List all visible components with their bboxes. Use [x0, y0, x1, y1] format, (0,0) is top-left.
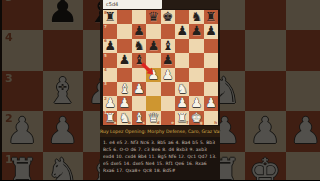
square-h1: h [286, 152, 320, 181]
piece-black-p: ♟ [205, 24, 216, 38]
square-d7[interactable] [146, 24, 160, 38]
piece-black-p: ♟ [148, 39, 159, 53]
top-bar: c5d4 [100, 0, 220, 9]
piece-black-r: ♜ [205, 10, 216, 24]
square-h8[interactable]: ♜ [204, 10, 218, 24]
coord-rank-label: 5 [5, 0, 13, 3]
coord-file-label: a [114, 121, 117, 125]
piece-white-n: ♞ [119, 111, 130, 125]
piece-white-r: ♜ [104, 111, 115, 125]
coord-rank-label: 1 [104, 111, 107, 115]
piece-black-r: ♜ [104, 10, 115, 24]
square-f4[interactable] [175, 68, 189, 82]
square-f5[interactable] [175, 53, 189, 67]
square-a8[interactable]: ♜8 [103, 10, 117, 24]
square-a3: 3 [2, 71, 43, 112]
piece-white-p: ♟ [162, 68, 173, 82]
square-c2[interactable] [132, 96, 146, 110]
square-g1: ♚g [245, 152, 286, 181]
square-g5 [245, 0, 286, 30]
square-a7[interactable]: 7 [103, 24, 117, 38]
square-d3[interactable] [146, 82, 160, 96]
coord-file-label: b [128, 121, 131, 125]
square-g2: ♟ [245, 111, 286, 152]
piece-black-p: ♟ [162, 53, 173, 67]
square-g3 [245, 71, 286, 112]
square-h5[interactable] [204, 53, 218, 67]
square-h7[interactable]: ♟ [204, 24, 218, 38]
chess-board[interactable]: ♜8♛♚♞♜7♟♟♟♟♟6♞♟♝5♟♝♟4♟♟3♝♟♞♟2♟♟♟♟♜1a♞b♝c… [103, 10, 218, 125]
square-d8[interactable]: ♛ [146, 10, 160, 24]
square-a1[interactable]: ♜1a [103, 111, 117, 125]
coord-rank-label: 1 [5, 154, 13, 165]
square-e3[interactable] [161, 82, 175, 96]
square-b2: ♟ [43, 111, 84, 152]
piece-white-p: ♟ [119, 96, 130, 110]
coord-rank-label: 4 [5, 32, 13, 43]
square-b2[interactable]: ♟ [117, 96, 131, 110]
piece-white-p: ♟ [176, 96, 187, 110]
square-b4[interactable] [117, 68, 131, 82]
square-f7[interactable]: ♟ [175, 24, 189, 38]
square-b3[interactable]: ♝ [117, 82, 131, 96]
piece-white-p: ♟ [6, 111, 38, 152]
square-b1[interactable]: ♞b [117, 111, 131, 125]
square-g7[interactable]: ♟ [189, 24, 203, 38]
piece-white-b: ♝ [133, 111, 144, 125]
square-e1[interactable]: e [161, 111, 175, 125]
square-g4[interactable] [189, 68, 203, 82]
move-input[interactable]: c5d4 [103, 0, 162, 9]
piece-white-p: ♟ [191, 96, 202, 110]
square-a4[interactable]: 4 [103, 68, 117, 82]
coord-file-label: g [275, 179, 283, 180]
square-e4[interactable]: ♟ [161, 68, 175, 82]
piece-white-p: ♟ [249, 111, 281, 152]
square-h2[interactable]: ♟ [204, 96, 218, 110]
coord-file-label: h [315, 179, 320, 180]
square-d6[interactable]: ♟ [146, 39, 160, 53]
square-b4 [43, 30, 84, 71]
square-e2[interactable] [161, 96, 175, 110]
square-c6[interactable]: ♞ [132, 39, 146, 53]
square-b3: ♝ [43, 71, 84, 112]
piece-black-p: ♟ [47, 0, 79, 30]
square-d2[interactable] [146, 96, 160, 110]
square-f2[interactable]: ♟ [175, 96, 189, 110]
piece-black-n: ♞ [133, 39, 144, 53]
coord-file-label: h [214, 121, 217, 125]
coord-file-label: f [187, 121, 189, 125]
square-c7[interactable]: ♟ [132, 24, 146, 38]
square-f6[interactable] [175, 39, 189, 53]
square-f8[interactable] [175, 10, 189, 24]
coord-file-label: f [237, 179, 242, 180]
piece-white-p: ♟ [205, 96, 216, 110]
square-e8[interactable]: ♚ [161, 10, 175, 24]
square-h4 [286, 30, 320, 71]
coord-rank-label: 4 [104, 68, 107, 72]
square-a2: ♟2 [2, 111, 43, 152]
square-d4[interactable]: ♟ [146, 68, 160, 82]
square-a4: 4 [2, 30, 43, 71]
piece-white-p: ♟ [290, 111, 320, 152]
square-b8[interactable] [117, 10, 131, 24]
square-b5: ♟ [43, 0, 84, 30]
piece-white-p: ♟ [47, 111, 79, 152]
square-h3 [286, 71, 320, 112]
square-e7[interactable] [161, 24, 175, 38]
piece-black-p: ♟ [104, 39, 115, 53]
square-g5[interactable] [189, 53, 203, 67]
square-g1[interactable]: ♚g [189, 111, 203, 125]
piece-white-n: ♞ [47, 152, 79, 181]
square-c4[interactable] [132, 68, 146, 82]
square-a3[interactable]: 3 [103, 82, 117, 96]
piece-black-p: ♟ [133, 24, 144, 38]
coord-rank-label: 6 [104, 39, 107, 43]
square-b1: ♞b [43, 152, 84, 181]
coord-rank-label: 8 [104, 11, 107, 15]
piece-white-q: ♛ [148, 111, 159, 125]
square-b7[interactable] [117, 24, 131, 38]
square-a6[interactable]: ♟6 [103, 39, 117, 53]
coord-rank-label: 2 [5, 113, 13, 124]
square-g2[interactable]: ♟ [189, 96, 203, 110]
coord-file-label: e [171, 121, 174, 125]
square-h2: ♟ [286, 111, 320, 152]
piece-black-k: ♚ [162, 10, 173, 24]
coord-file-label: g [200, 121, 203, 125]
square-g4 [245, 30, 286, 71]
opening-caption: Ruy Lopez Opening: Morphy Defense, Caro,… [100, 126, 220, 137]
piece-black-p: ♟ [119, 53, 130, 67]
piece-black-q: ♛ [148, 10, 159, 24]
square-f1[interactable]: ♜f [175, 111, 189, 125]
piece-white-k: ♚ [249, 152, 281, 181]
square-b6[interactable] [117, 39, 131, 53]
coord-rank-label: 2 [104, 97, 107, 101]
piece-white-k: ♚ [191, 111, 202, 125]
square-c5[interactable]: ♝ [132, 53, 146, 67]
coord-file-label: d [157, 121, 160, 125]
square-c1[interactable]: ♝c [132, 111, 146, 125]
piece-black-b: ♝ [162, 39, 173, 53]
coord-rank-label: 3 [104, 82, 107, 86]
square-h4[interactable] [204, 68, 218, 82]
square-d1[interactable]: ♛d [146, 111, 160, 125]
square-f3[interactable]: ♞ [175, 82, 189, 96]
coord-rank-label: 7 [104, 25, 107, 29]
coord-file-label: b [72, 179, 80, 180]
square-d5[interactable] [146, 53, 160, 67]
piece-white-b: ♝ [47, 71, 79, 112]
coord-rank-label: 5 [104, 54, 107, 58]
piece-white-p: ♟ [148, 68, 159, 82]
coord-rank-label: 3 [5, 73, 13, 84]
piece-white-n: ♞ [176, 82, 187, 96]
square-a1: ♜1a [2, 152, 43, 181]
move-list: 1. e4 e5 2. Nf3 Nc6 3. Bb5 a6 4. Ba4 b5 … [103, 139, 217, 179]
piece-white-p: ♟ [133, 82, 144, 96]
piece-white-r: ♜ [6, 152, 38, 181]
piece-black-b: ♝ [133, 53, 144, 67]
piece-black-p: ♟ [176, 24, 187, 38]
shorts-video-column: c5d4 ♜8♛♚♞♜7♟♟♟♟♟6♞♟♝5♟♝♟4♟♟3♝♟♞♟2♟♟♟♟♜1… [100, 0, 220, 180]
piece-white-b: ♝ [119, 82, 130, 96]
square-h5 [286, 0, 320, 30]
video-frame: ♜8♛♚♞♜7♟♟♟♟♟6♞♟♝5♟♝♟4♟♟3♝♟♞♟2♟♟♟♟♜1a♞b♝c… [0, 0, 320, 180]
square-e5[interactable]: ♟ [161, 53, 175, 67]
coord-file-label: a [32, 179, 39, 180]
square-c8[interactable] [132, 10, 146, 24]
piece-black-p: ♟ [191, 24, 202, 38]
piece-white-p: ♟ [104, 96, 115, 110]
square-c3[interactable]: ♟ [132, 82, 146, 96]
square-h6[interactable] [204, 39, 218, 53]
square-g3[interactable] [189, 82, 203, 96]
piece-white-r: ♜ [176, 111, 187, 125]
square-a5: 5 [2, 0, 43, 30]
square-a5[interactable]: 5 [103, 53, 117, 67]
square-g8[interactable]: ♞ [189, 10, 203, 24]
coord-file-label: c [143, 121, 145, 125]
piece-black-n: ♞ [191, 10, 202, 24]
square-h1[interactable]: h [204, 111, 218, 125]
square-h3[interactable] [204, 82, 218, 96]
square-a2[interactable]: ♟2 [103, 96, 117, 110]
square-e6[interactable]: ♝ [161, 39, 175, 53]
square-g6[interactable] [189, 39, 203, 53]
square-b5[interactable]: ♟ [117, 53, 131, 67]
